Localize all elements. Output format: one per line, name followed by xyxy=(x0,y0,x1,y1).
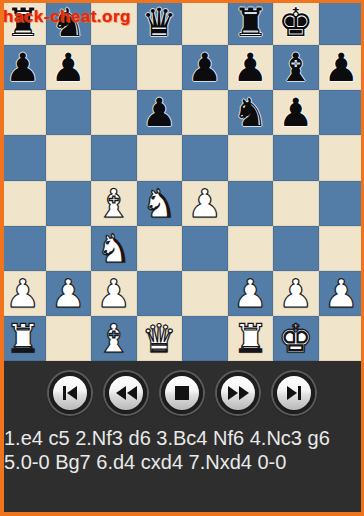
square-e1[interactable] xyxy=(182,316,228,361)
square-a6[interactable] xyxy=(0,90,46,135)
square-e2[interactable] xyxy=(182,271,228,316)
square-c3[interactable]: ♞ xyxy=(91,226,137,271)
square-g6[interactable]: ♟ xyxy=(273,90,319,135)
square-e7[interactable]: ♟ xyxy=(182,45,228,90)
square-f7[interactable]: ♟ xyxy=(228,45,274,90)
bottom-panel: 1.e4 c5 2.Nf3 d6 3.Bc4 Nf6 4.Nc3 g6 5.0-… xyxy=(0,361,364,516)
piece-white-rook[interactable]: ♜ xyxy=(0,316,46,361)
piece-white-pawn[interactable]: ♟ xyxy=(273,271,319,316)
square-d1[interactable]: ♛ xyxy=(137,316,183,361)
square-g8[interactable]: ♚ xyxy=(273,0,319,45)
square-f4[interactable] xyxy=(228,181,274,226)
square-b1[interactable] xyxy=(46,316,92,361)
square-f5[interactable] xyxy=(228,135,274,180)
square-h7[interactable]: ♟ xyxy=(319,45,364,90)
square-c1[interactable]: ♝ xyxy=(91,316,137,361)
stop-button[interactable] xyxy=(161,372,203,414)
piece-white-knight[interactable]: ♞ xyxy=(91,226,137,271)
square-a2[interactable]: ♟ xyxy=(0,271,46,316)
piece-black-pawn[interactable]: ♟ xyxy=(0,45,46,90)
square-b4[interactable] xyxy=(46,181,92,226)
playback-controls xyxy=(0,361,364,425)
square-g2[interactable]: ♟ xyxy=(273,271,319,316)
piece-white-bishop[interactable]: ♝ xyxy=(91,316,137,361)
move-list-line-1: 1.e4 c5 2.Nf3 d6 3.Bc4 Nf6 4.Nc3 g6 xyxy=(4,426,360,450)
piece-white-knight[interactable]: ♞ xyxy=(137,181,183,226)
piece-black-rook[interactable]: ♜ xyxy=(228,0,274,45)
skip-to-end-button[interactable] xyxy=(273,372,315,414)
square-b2[interactable]: ♟ xyxy=(46,271,92,316)
square-b5[interactable] xyxy=(46,135,92,180)
square-d7[interactable] xyxy=(137,45,183,90)
move-list: 1.e4 c5 2.Nf3 d6 3.Bc4 Nf6 4.Nc3 g6 5.0-… xyxy=(0,425,364,474)
skip-to-start-icon xyxy=(63,386,77,400)
chess-app-window: ♜♞♛♜♚♟♟♟♟♝♟♟♞♟♝♞♟♞♟♟♟♟♟♟♜♝♛♜♚ 1.e4 c5 2.… xyxy=(0,0,364,516)
chess-board: ♜♞♛♜♚♟♟♟♟♝♟♟♞♟♝♞♟♞♟♟♟♟♟♟♜♝♛♜♚ xyxy=(0,0,364,361)
piece-white-pawn[interactable]: ♟ xyxy=(0,271,46,316)
square-g1[interactable]: ♚ xyxy=(273,316,319,361)
square-d6[interactable]: ♟ xyxy=(137,90,183,135)
square-d8[interactable]: ♛ xyxy=(137,0,183,45)
square-f8[interactable]: ♜ xyxy=(228,0,274,45)
piece-white-pawn[interactable]: ♟ xyxy=(228,271,274,316)
square-f1[interactable]: ♜ xyxy=(228,316,274,361)
square-a1[interactable]: ♜ xyxy=(0,316,46,361)
square-a3[interactable] xyxy=(0,226,46,271)
square-d5[interactable] xyxy=(137,135,183,180)
rewind-button[interactable] xyxy=(105,372,147,414)
square-h4[interactable] xyxy=(319,181,364,226)
piece-white-pawn[interactable]: ♟ xyxy=(91,271,137,316)
piece-white-bishop[interactable]: ♝ xyxy=(91,181,137,226)
square-b6[interactable] xyxy=(46,90,92,135)
square-c7[interactable] xyxy=(91,45,137,90)
square-h6[interactable] xyxy=(319,90,364,135)
skip-to-start-button[interactable] xyxy=(49,372,91,414)
piece-white-pawn[interactable]: ♟ xyxy=(182,181,228,226)
piece-white-king[interactable]: ♚ xyxy=(273,316,319,361)
square-g5[interactable] xyxy=(273,135,319,180)
square-e3[interactable] xyxy=(182,226,228,271)
square-g3[interactable] xyxy=(273,226,319,271)
square-c2[interactable]: ♟ xyxy=(91,271,137,316)
square-h2[interactable]: ♟ xyxy=(319,271,364,316)
square-d4[interactable]: ♞ xyxy=(137,181,183,226)
square-b7[interactable]: ♟ xyxy=(46,45,92,90)
skip-to-end-icon xyxy=(287,386,301,400)
square-a5[interactable] xyxy=(0,135,46,180)
square-e5[interactable] xyxy=(182,135,228,180)
square-f6[interactable]: ♞ xyxy=(228,90,274,135)
square-g7[interactable]: ♝ xyxy=(273,45,319,90)
piece-black-king[interactable]: ♚ xyxy=(273,0,319,45)
piece-black-knight[interactable]: ♞ xyxy=(228,90,274,135)
square-a7[interactable]: ♟ xyxy=(0,45,46,90)
square-e6[interactable] xyxy=(182,90,228,135)
piece-white-queen[interactable]: ♛ xyxy=(137,316,183,361)
square-a4[interactable] xyxy=(0,181,46,226)
square-c5[interactable] xyxy=(91,135,137,180)
square-d2[interactable] xyxy=(137,271,183,316)
fast-forward-button[interactable] xyxy=(217,372,259,414)
square-g4[interactable] xyxy=(273,181,319,226)
fast-forward-icon xyxy=(228,386,249,400)
square-h8[interactable] xyxy=(319,0,364,45)
square-h5[interactable] xyxy=(319,135,364,180)
piece-white-pawn[interactable]: ♟ xyxy=(46,271,92,316)
piece-black-bishop[interactable]: ♝ xyxy=(273,45,319,90)
move-list-line-2: 5.0-0 Bg7 6.d4 cxd4 7.Nxd4 0-0 xyxy=(4,450,360,474)
square-f2[interactable]: ♟ xyxy=(228,271,274,316)
stop-icon xyxy=(175,386,189,400)
piece-black-pawn[interactable]: ♟ xyxy=(46,45,92,90)
square-b3[interactable] xyxy=(46,226,92,271)
square-e4[interactable]: ♟ xyxy=(182,181,228,226)
piece-white-pawn[interactable]: ♟ xyxy=(319,271,364,316)
square-c4[interactable]: ♝ xyxy=(91,181,137,226)
piece-black-pawn[interactable]: ♟ xyxy=(273,90,319,135)
square-e8[interactable] xyxy=(182,0,228,45)
piece-black-pawn[interactable]: ♟ xyxy=(182,45,228,90)
piece-black-pawn[interactable]: ♟ xyxy=(137,90,183,135)
square-d3[interactable] xyxy=(137,226,183,271)
piece-black-pawn[interactable]: ♟ xyxy=(319,45,364,90)
piece-black-queen[interactable]: ♛ xyxy=(137,0,183,45)
piece-white-rook[interactable]: ♜ xyxy=(228,316,274,361)
square-h3[interactable] xyxy=(319,226,364,271)
square-c6[interactable] xyxy=(91,90,137,135)
square-h1[interactable] xyxy=(319,316,364,361)
rewind-icon xyxy=(116,386,137,400)
piece-black-pawn[interactable]: ♟ xyxy=(228,45,274,90)
watermark-text: hack-cheat.org xyxy=(3,7,131,27)
square-f3[interactable] xyxy=(228,226,274,271)
